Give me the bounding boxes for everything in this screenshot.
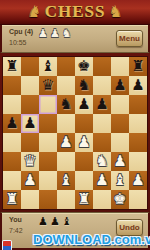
square-b4[interactable] — [21, 133, 39, 152]
square-d1[interactable] — [57, 190, 75, 209]
black-pawn: ♟ — [3, 114, 21, 133]
white-pawn: ♟ — [111, 152, 129, 171]
captured-black-pawn-icon: ♟ — [38, 214, 48, 229]
black-knight: ♞ — [57, 95, 75, 114]
black-queen: ♛ — [39, 76, 57, 95]
white-bishop: ♝ — [57, 171, 75, 190]
square-h6[interactable] — [129, 95, 147, 114]
square-g7[interactable]: ♟ — [111, 76, 129, 95]
square-h2[interactable]: ♟ — [129, 171, 147, 190]
square-d2[interactable]: ♝ — [57, 171, 75, 190]
knight-left-icon: ♞ — [27, 4, 41, 20]
square-d3[interactable] — [57, 152, 75, 171]
black-pawn: ♟ — [93, 95, 111, 114]
white-queen: ♛ — [21, 152, 39, 171]
opponent-info-bar: Cpu (4) 10:55 ♟♟♞ Menu — [0, 25, 150, 53]
square-c7[interactable]: ♛ — [39, 76, 57, 95]
square-a1[interactable]: ♜ — [3, 190, 21, 209]
square-f7[interactable] — [93, 76, 111, 95]
opponent-clock: 10:55 — [9, 39, 27, 46]
opponent-name: Cpu (4) — [9, 28, 33, 35]
board: ♜♝♚♜♛♞♟♟♞♟♟♟♟♟♟♛♞♟♟♝♟♝♟♜♜♚ — [3, 57, 147, 209]
captured-black-pieces-tray: ♟♟♝ — [38, 214, 72, 229]
black-rook: ♜ — [3, 57, 21, 76]
player-name: You — [9, 216, 22, 223]
chess-app-window: ♞ CHESS ♞ Cpu (4) 10:55 ♟♟♞ Menu ♜♝♚♜♛♞♟… — [0, 0, 150, 250]
square-b5[interactable]: ♟ — [21, 114, 39, 133]
square-b2[interactable]: ♟ — [21, 171, 39, 190]
square-d7[interactable] — [57, 76, 75, 95]
square-g1[interactable]: ♚ — [111, 190, 129, 209]
square-g4[interactable] — [111, 133, 129, 152]
square-d5[interactable] — [57, 114, 75, 133]
board-frame: ♜♝♚♜♛♞♟♟♞♟♟♟♟♟♟♛♞♟♟♝♟♝♟♜♜♚ — [0, 53, 150, 212]
square-b3[interactable]: ♛ — [21, 152, 39, 171]
square-c4[interactable] — [39, 133, 57, 152]
square-a8[interactable]: ♜ — [3, 57, 21, 76]
white-bishop: ♝ — [111, 171, 129, 190]
square-c1[interactable] — [39, 190, 57, 209]
black-pawn: ♟ — [75, 95, 93, 114]
square-e8[interactable]: ♚ — [75, 57, 93, 76]
square-e6[interactable]: ♟ — [75, 95, 93, 114]
white-rook: ♜ — [3, 190, 21, 209]
square-g5[interactable] — [111, 114, 129, 133]
square-h3[interactable] — [129, 152, 147, 171]
square-h8[interactable]: ♜ — [129, 57, 147, 76]
white-pawn: ♟ — [75, 133, 93, 152]
square-b6[interactable] — [21, 95, 39, 114]
captured-white-pawn-icon: ♟ — [50, 26, 60, 41]
white-pawn: ♟ — [93, 171, 111, 190]
square-c8[interactable]: ♝ — [39, 57, 57, 76]
menu-button[interactable]: Menu — [116, 30, 143, 47]
square-g6[interactable] — [111, 95, 129, 114]
white-rook: ♜ — [75, 190, 93, 209]
app-title: CHESS — [45, 2, 106, 22]
black-bishop: ♝ — [39, 57, 57, 76]
black-pawn: ♟ — [111, 76, 129, 95]
captured-white-knight-icon: ♞ — [62, 26, 72, 41]
square-f5[interactable] — [93, 114, 111, 133]
square-h4[interactable] — [129, 133, 147, 152]
captured-black-bishop-icon: ♝ — [62, 214, 72, 229]
square-a5[interactable]: ♟ — [3, 114, 21, 133]
square-c3[interactable] — [39, 152, 57, 171]
square-e5[interactable] — [75, 114, 93, 133]
square-a6[interactable] — [3, 95, 21, 114]
square-c6[interactable] — [39, 95, 57, 114]
square-c5[interactable] — [39, 114, 57, 133]
black-king: ♚ — [75, 57, 93, 76]
square-e2[interactable] — [75, 171, 93, 190]
square-d4[interactable]: ♟ — [57, 133, 75, 152]
square-d6[interactable]: ♞ — [57, 95, 75, 114]
black-pawn: ♟ — [21, 114, 39, 133]
square-a2[interactable] — [3, 171, 21, 190]
captured-black-pawn-icon: ♟ — [50, 214, 60, 229]
knight-right-icon: ♞ — [108, 4, 122, 20]
player-info-bar: You 7:42 ♟♟♝ Undo DOWNLOAD.com.vn — [0, 212, 150, 250]
black-knight: ♞ — [75, 76, 93, 95]
square-e7[interactable]: ♞ — [75, 76, 93, 95]
white-pawn: ♟ — [21, 171, 39, 190]
player-clock: 7:42 — [9, 227, 23, 234]
square-a4[interactable] — [3, 133, 21, 152]
square-g3[interactable]: ♟ — [111, 152, 129, 171]
black-pawn: ♟ — [129, 76, 147, 95]
square-b8[interactable] — [21, 57, 39, 76]
watermark-text: DOWNLOAD.com.vn — [33, 232, 150, 247]
captured-white-pieces-tray: ♟♟♞ — [38, 26, 72, 41]
captured-white-pawn-icon: ♟ — [38, 26, 48, 41]
square-h7[interactable]: ♟ — [129, 76, 147, 95]
white-knight: ♞ — [93, 152, 111, 171]
square-d8[interactable] — [57, 57, 75, 76]
watermark-logo-icon — [3, 241, 11, 250]
square-g2[interactable]: ♝ — [111, 171, 129, 190]
square-e4[interactable]: ♟ — [75, 133, 93, 152]
square-f1[interactable] — [93, 190, 111, 209]
square-f8[interactable] — [93, 57, 111, 76]
white-king: ♚ — [111, 190, 129, 209]
square-g8[interactable] — [111, 57, 129, 76]
square-e1[interactable]: ♜ — [75, 190, 93, 209]
white-pawn: ♟ — [57, 133, 75, 152]
square-f3[interactable]: ♞ — [93, 152, 111, 171]
square-b7[interactable] — [21, 76, 39, 95]
white-pawn: ♟ — [129, 171, 147, 190]
square-b1[interactable] — [21, 190, 39, 209]
square-f2[interactable]: ♟ — [93, 171, 111, 190]
title-banner: ♞ CHESS ♞ — [0, 0, 150, 25]
square-h1[interactable] — [129, 190, 147, 209]
square-f6[interactable]: ♟ — [93, 95, 111, 114]
square-e3[interactable] — [75, 152, 93, 171]
square-a7[interactable] — [3, 76, 21, 95]
square-a3[interactable] — [3, 152, 21, 171]
black-rook: ♜ — [129, 57, 147, 76]
square-f4[interactable] — [93, 133, 111, 152]
square-c2[interactable] — [39, 171, 57, 190]
square-h5[interactable] — [129, 114, 147, 133]
